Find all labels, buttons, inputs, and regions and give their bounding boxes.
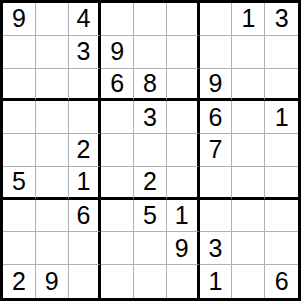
cell-r6c1[interactable]: 5 bbox=[3, 167, 36, 200]
given-digit: 5 bbox=[143, 203, 157, 228]
cell-r5c7[interactable]: 7 bbox=[200, 134, 233, 167]
cell-r5c4[interactable] bbox=[101, 134, 134, 167]
given-digit: 3 bbox=[209, 236, 223, 261]
cell-r1c3[interactable]: 4 bbox=[69, 3, 102, 36]
cell-r2c4[interactable]: 9 bbox=[101, 36, 134, 69]
cell-r6c6[interactable] bbox=[167, 167, 200, 200]
cell-r6c8[interactable] bbox=[232, 167, 265, 200]
given-digit: 9 bbox=[12, 6, 26, 31]
cell-r5c5[interactable] bbox=[134, 134, 167, 167]
cell-r9c4[interactable] bbox=[101, 265, 134, 298]
cell-r7c4[interactable] bbox=[101, 200, 134, 233]
cell-r4c7[interactable]: 6 bbox=[200, 101, 233, 134]
given-digit: 2 bbox=[76, 137, 90, 162]
cell-r9c7[interactable]: 1 bbox=[200, 265, 233, 298]
cell-r3c4[interactable]: 6 bbox=[101, 69, 134, 102]
cell-r3c2[interactable] bbox=[36, 69, 69, 102]
given-digit: 1 bbox=[76, 169, 90, 194]
given-digit: 1 bbox=[209, 269, 223, 294]
cell-r1c9[interactable]: 3 bbox=[265, 3, 298, 36]
cell-r6c4[interactable] bbox=[101, 167, 134, 200]
given-digit: 1 bbox=[241, 6, 255, 31]
given-digit: 3 bbox=[143, 105, 157, 130]
cell-r4c3[interactable] bbox=[69, 101, 102, 134]
given-digit: 7 bbox=[209, 137, 223, 162]
cell-r3c5[interactable]: 8 bbox=[134, 69, 167, 102]
cell-r1c5[interactable] bbox=[134, 3, 167, 36]
cell-r4c9[interactable]: 1 bbox=[265, 101, 298, 134]
cell-r5c9[interactable] bbox=[265, 134, 298, 167]
given-digit: 9 bbox=[209, 71, 223, 96]
cell-r9c9[interactable]: 6 bbox=[265, 265, 298, 298]
cell-r9c2[interactable]: 9 bbox=[36, 265, 69, 298]
given-digit: 6 bbox=[76, 203, 90, 228]
cell-r7c5[interactable]: 5 bbox=[134, 200, 167, 233]
cell-r4c1[interactable] bbox=[3, 101, 36, 134]
cell-r2c6[interactable] bbox=[167, 36, 200, 69]
given-digit: 6 bbox=[110, 71, 124, 96]
cell-r2c5[interactable] bbox=[134, 36, 167, 69]
given-digit: 9 bbox=[175, 236, 189, 261]
cell-r6c7[interactable] bbox=[200, 167, 233, 200]
cell-r8c2[interactable] bbox=[36, 232, 69, 265]
given-digit: 2 bbox=[143, 169, 157, 194]
cell-r7c9[interactable] bbox=[265, 200, 298, 233]
cell-r2c3[interactable]: 3 bbox=[69, 36, 102, 69]
cell-r8c7[interactable]: 3 bbox=[200, 232, 233, 265]
cell-r2c7[interactable] bbox=[200, 36, 233, 69]
cell-r8c8[interactable] bbox=[232, 232, 265, 265]
cell-r2c9[interactable] bbox=[265, 36, 298, 69]
cell-r5c6[interactable] bbox=[167, 134, 200, 167]
given-digit: 2 bbox=[12, 269, 26, 294]
cell-r7c7[interactable] bbox=[200, 200, 233, 233]
cell-r9c8[interactable] bbox=[232, 265, 265, 298]
cell-r7c2[interactable] bbox=[36, 200, 69, 233]
cell-r2c2[interactable] bbox=[36, 36, 69, 69]
cell-r9c5[interactable] bbox=[134, 265, 167, 298]
given-digit: 9 bbox=[110, 39, 124, 64]
cell-r1c7[interactable] bbox=[200, 3, 233, 36]
given-digit: 6 bbox=[209, 105, 223, 130]
cell-r6c2[interactable] bbox=[36, 167, 69, 200]
cell-r9c6[interactable] bbox=[167, 265, 200, 298]
cell-r8c6[interactable]: 9 bbox=[167, 232, 200, 265]
cell-r3c1[interactable] bbox=[3, 69, 36, 102]
cell-r9c1[interactable]: 2 bbox=[3, 265, 36, 298]
cell-r5c2[interactable] bbox=[36, 134, 69, 167]
cell-r7c1[interactable] bbox=[3, 200, 36, 233]
cell-r1c2[interactable] bbox=[36, 3, 69, 36]
given-digit: 3 bbox=[275, 6, 289, 31]
cell-r1c4[interactable] bbox=[101, 3, 134, 36]
cell-r6c9[interactable] bbox=[265, 167, 298, 200]
given-digit: 1 bbox=[275, 105, 289, 130]
given-digit: 8 bbox=[143, 71, 157, 96]
given-digit: 6 bbox=[275, 269, 289, 294]
cell-r8c1[interactable] bbox=[3, 232, 36, 265]
cell-r8c9[interactable] bbox=[265, 232, 298, 265]
cell-r3c7[interactable]: 9 bbox=[200, 69, 233, 102]
cell-r1c6[interactable] bbox=[167, 3, 200, 36]
cell-r5c8[interactable] bbox=[232, 134, 265, 167]
sudoku-board: 94133968936127512651932916 bbox=[0, 0, 301, 301]
given-digit: 9 bbox=[45, 269, 59, 294]
cell-r6c3[interactable]: 1 bbox=[69, 167, 102, 200]
cell-r7c8[interactable] bbox=[232, 200, 265, 233]
cell-r8c3[interactable] bbox=[69, 232, 102, 265]
cell-r3c6[interactable] bbox=[167, 69, 200, 102]
cell-r4c6[interactable] bbox=[167, 101, 200, 134]
cell-r5c3[interactable]: 2 bbox=[69, 134, 102, 167]
cell-r4c8[interactable] bbox=[232, 101, 265, 134]
cell-r8c5[interactable] bbox=[134, 232, 167, 265]
given-digit: 5 bbox=[12, 169, 26, 194]
cell-r2c1[interactable] bbox=[3, 36, 36, 69]
cell-r3c8[interactable] bbox=[232, 69, 265, 102]
cell-r2c8[interactable] bbox=[232, 36, 265, 69]
cell-r9c3[interactable] bbox=[69, 265, 102, 298]
cell-r7c6[interactable]: 1 bbox=[167, 200, 200, 233]
cell-r4c5[interactable]: 3 bbox=[134, 101, 167, 134]
cell-r8c4[interactable] bbox=[101, 232, 134, 265]
cell-r3c9[interactable] bbox=[265, 69, 298, 102]
cell-r4c2[interactable] bbox=[36, 101, 69, 134]
given-digit: 1 bbox=[175, 203, 189, 228]
given-digit: 4 bbox=[76, 6, 90, 31]
cell-r1c8[interactable]: 1 bbox=[232, 3, 265, 36]
cell-r7c3[interactable]: 6 bbox=[69, 200, 102, 233]
cell-r3c3[interactable] bbox=[69, 69, 102, 102]
cell-r4c4[interactable] bbox=[101, 101, 134, 134]
given-digit: 3 bbox=[76, 39, 90, 64]
cell-r6c5[interactable]: 2 bbox=[134, 167, 167, 200]
cell-r1c1[interactable]: 9 bbox=[3, 3, 36, 36]
cell-r5c1[interactable] bbox=[3, 134, 36, 167]
